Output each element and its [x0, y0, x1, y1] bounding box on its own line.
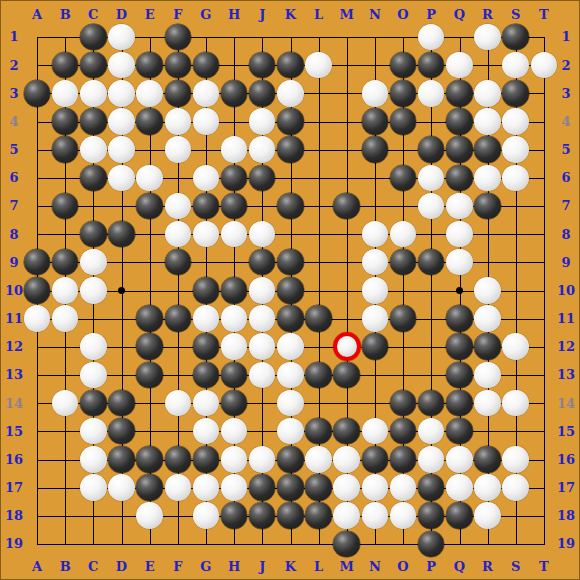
- board-cell-B13[interactable]: [51, 361, 79, 389]
- board-cell-T12[interactable]: [530, 333, 558, 361]
- board-cell-F15[interactable]: [164, 417, 192, 445]
- board-cell-H15[interactable]: [220, 417, 248, 445]
- board-cell-A7[interactable]: [23, 192, 51, 220]
- board-cell-A19[interactable]: [23, 530, 51, 558]
- board-cell-F12[interactable]: [164, 333, 192, 361]
- board-cell-R13[interactable]: [473, 361, 501, 389]
- board-cell-J6[interactable]: [248, 164, 276, 192]
- board-cell-M6[interactable]: [333, 164, 361, 192]
- board-cell-J16[interactable]: [248, 445, 276, 473]
- board-cell-N7[interactable]: [361, 192, 389, 220]
- board-cell-A10[interactable]: [23, 276, 51, 304]
- board-cell-J11[interactable]: [248, 304, 276, 332]
- board-cell-Q16[interactable]: [445, 445, 473, 473]
- board-cell-L13[interactable]: [304, 361, 332, 389]
- board-cell-J18[interactable]: [248, 502, 276, 530]
- board-cell-K3[interactable]: [276, 79, 304, 107]
- board-cell-E1[interactable]: [136, 23, 164, 51]
- board-cell-H1[interactable]: [220, 23, 248, 51]
- board-cell-K19[interactable]: [276, 530, 304, 558]
- board-cell-R18[interactable]: [473, 502, 501, 530]
- board-cell-N19[interactable]: [361, 530, 389, 558]
- board-cell-A1[interactable]: [23, 23, 51, 51]
- board-cell-F16[interactable]: [164, 445, 192, 473]
- board-cell-K13[interactable]: [276, 361, 304, 389]
- board-cell-P3[interactable]: [417, 79, 445, 107]
- board-cell-O9[interactable]: [389, 248, 417, 276]
- board-cell-E15[interactable]: [136, 417, 164, 445]
- board-cell-S15[interactable]: [502, 417, 530, 445]
- board-cell-L12[interactable]: [304, 333, 332, 361]
- board-cell-D18[interactable]: [107, 502, 135, 530]
- board-cell-T4[interactable]: [530, 107, 558, 135]
- board-cell-H14[interactable]: [220, 389, 248, 417]
- board-cell-H6[interactable]: [220, 164, 248, 192]
- board-cell-D15[interactable]: [107, 417, 135, 445]
- board-cell-C4[interactable]: [79, 107, 107, 135]
- board-cell-E16[interactable]: [136, 445, 164, 473]
- board-cell-L10[interactable]: [304, 276, 332, 304]
- board-cell-C8[interactable]: [79, 220, 107, 248]
- board-cell-Q6[interactable]: [445, 164, 473, 192]
- board-cell-P13[interactable]: [417, 361, 445, 389]
- board-cell-Q19[interactable]: [445, 530, 473, 558]
- board-cell-P1[interactable]: [417, 23, 445, 51]
- board-cell-K1[interactable]: [276, 23, 304, 51]
- board-cell-M15[interactable]: [333, 417, 361, 445]
- board-cell-H3[interactable]: [220, 79, 248, 107]
- board-cell-H16[interactable]: [220, 445, 248, 473]
- board-cell-M9[interactable]: [333, 248, 361, 276]
- board-cell-J4[interactable]: [248, 107, 276, 135]
- board-cell-A2[interactable]: [23, 51, 51, 79]
- board-cell-P16[interactable]: [417, 445, 445, 473]
- board-cell-G8[interactable]: [192, 220, 220, 248]
- board-cell-T13[interactable]: [530, 361, 558, 389]
- board-cell-M19[interactable]: [333, 530, 361, 558]
- board-cell-M4[interactable]: [333, 107, 361, 135]
- board-cell-T3[interactable]: [530, 79, 558, 107]
- board-cell-D6[interactable]: [107, 164, 135, 192]
- board-cell-A15[interactable]: [23, 417, 51, 445]
- board-cell-B17[interactable]: [51, 473, 79, 501]
- board-cell-O7[interactable]: [389, 192, 417, 220]
- board-cell-F19[interactable]: [164, 530, 192, 558]
- board-cell-S7[interactable]: [502, 192, 530, 220]
- board-cell-L7[interactable]: [304, 192, 332, 220]
- board-cell-T1[interactable]: [530, 23, 558, 51]
- board-cell-G11[interactable]: [192, 304, 220, 332]
- board-cell-A18[interactable]: [23, 502, 51, 530]
- board-cell-D5[interactable]: [107, 136, 135, 164]
- board-cell-C13[interactable]: [79, 361, 107, 389]
- board-cell-F5[interactable]: [164, 136, 192, 164]
- board-cell-N4[interactable]: [361, 107, 389, 135]
- board-cell-E12[interactable]: [136, 333, 164, 361]
- board-cell-L18[interactable]: [304, 502, 332, 530]
- board-cell-J17[interactable]: [248, 473, 276, 501]
- board-cell-F6[interactable]: [164, 164, 192, 192]
- board-cell-L4[interactable]: [304, 107, 332, 135]
- board-cell-Q17[interactable]: [445, 473, 473, 501]
- board-cell-H5[interactable]: [220, 136, 248, 164]
- board-cell-T19[interactable]: [530, 530, 558, 558]
- board-cell-D3[interactable]: [107, 79, 135, 107]
- board-cell-E19[interactable]: [136, 530, 164, 558]
- board-cell-K14[interactable]: [276, 389, 304, 417]
- board-cell-P6[interactable]: [417, 164, 445, 192]
- board-cell-Q4[interactable]: [445, 107, 473, 135]
- board-cell-M16[interactable]: [333, 445, 361, 473]
- board-cell-S16[interactable]: [502, 445, 530, 473]
- board-cell-O6[interactable]: [389, 164, 417, 192]
- board-cell-A6[interactable]: [23, 164, 51, 192]
- board-cell-B5[interactable]: [51, 136, 79, 164]
- board-cell-E14[interactable]: [136, 389, 164, 417]
- board-cell-R8[interactable]: [473, 220, 501, 248]
- board-cell-R9[interactable]: [473, 248, 501, 276]
- board-cell-S19[interactable]: [502, 530, 530, 558]
- board-cell-O18[interactable]: [389, 502, 417, 530]
- board-cell-G3[interactable]: [192, 79, 220, 107]
- board-cell-H8[interactable]: [220, 220, 248, 248]
- board-cell-C11[interactable]: [79, 304, 107, 332]
- board-cell-N1[interactable]: [361, 23, 389, 51]
- board-cell-A8[interactable]: [23, 220, 51, 248]
- board-cell-A17[interactable]: [23, 473, 51, 501]
- board-cell-P18[interactable]: [417, 502, 445, 530]
- board-cell-O2[interactable]: [389, 51, 417, 79]
- board-cell-C3[interactable]: [79, 79, 107, 107]
- board-cell-O1[interactable]: [389, 23, 417, 51]
- board-cell-R19[interactable]: [473, 530, 501, 558]
- board-cell-E9[interactable]: [136, 248, 164, 276]
- board-cell-N14[interactable]: [361, 389, 389, 417]
- board-cell-R7[interactable]: [473, 192, 501, 220]
- board-cell-H9[interactable]: [220, 248, 248, 276]
- board-cell-B11[interactable]: [51, 304, 79, 332]
- board-cell-R10[interactable]: [473, 276, 501, 304]
- board-cell-B18[interactable]: [51, 502, 79, 530]
- board-cell-E4[interactable]: [136, 107, 164, 135]
- board-cell-C16[interactable]: [79, 445, 107, 473]
- board-cell-S12[interactable]: [502, 333, 530, 361]
- board-cell-B15[interactable]: [51, 417, 79, 445]
- board-cell-P4[interactable]: [417, 107, 445, 135]
- board-cell-D7[interactable]: [107, 192, 135, 220]
- board-cell-E2[interactable]: [136, 51, 164, 79]
- board-cell-M18[interactable]: [333, 502, 361, 530]
- board-cell-N8[interactable]: [361, 220, 389, 248]
- board-cell-P11[interactable]: [417, 304, 445, 332]
- board-cell-C18[interactable]: [79, 502, 107, 530]
- board-cell-C9[interactable]: [79, 248, 107, 276]
- board-cell-C15[interactable]: [79, 417, 107, 445]
- board-cell-M7[interactable]: [333, 192, 361, 220]
- board-cell-S18[interactable]: [502, 502, 530, 530]
- board-cell-F1[interactable]: [164, 23, 192, 51]
- board-cell-Q13[interactable]: [445, 361, 473, 389]
- board-cell-G7[interactable]: [192, 192, 220, 220]
- board-cell-L3[interactable]: [304, 79, 332, 107]
- board-cell-S9[interactable]: [502, 248, 530, 276]
- board-cell-N3[interactable]: [361, 79, 389, 107]
- board-cell-O5[interactable]: [389, 136, 417, 164]
- board-cell-D14[interactable]: [107, 389, 135, 417]
- board-cell-Q7[interactable]: [445, 192, 473, 220]
- board-cell-L9[interactable]: [304, 248, 332, 276]
- board-cell-A4[interactable]: [23, 107, 51, 135]
- board-cell-J8[interactable]: [248, 220, 276, 248]
- board-cell-K7[interactable]: [276, 192, 304, 220]
- board-cell-H11[interactable]: [220, 304, 248, 332]
- board-cell-A16[interactable]: [23, 445, 51, 473]
- board-cell-K2[interactable]: [276, 51, 304, 79]
- board-cell-D1[interactable]: [107, 23, 135, 51]
- board-cell-P7[interactable]: [417, 192, 445, 220]
- board-cell-N12[interactable]: [361, 333, 389, 361]
- board-cell-B16[interactable]: [51, 445, 79, 473]
- board-cell-O3[interactable]: [389, 79, 417, 107]
- board-cell-T14[interactable]: [530, 389, 558, 417]
- board-cell-J13[interactable]: [248, 361, 276, 389]
- board-cell-P19[interactable]: [417, 530, 445, 558]
- board-cell-S10[interactable]: [502, 276, 530, 304]
- board-cell-O8[interactable]: [389, 220, 417, 248]
- board-cell-E3[interactable]: [136, 79, 164, 107]
- board-cell-K5[interactable]: [276, 136, 304, 164]
- board-cell-L17[interactable]: [304, 473, 332, 501]
- board-cell-N5[interactable]: [361, 136, 389, 164]
- board-cell-K15[interactable]: [276, 417, 304, 445]
- board-cell-O16[interactable]: [389, 445, 417, 473]
- board-cell-K11[interactable]: [276, 304, 304, 332]
- board-cell-B3[interactable]: [51, 79, 79, 107]
- board-cell-D2[interactable]: [107, 51, 135, 79]
- board-cell-G13[interactable]: [192, 361, 220, 389]
- board-cell-S4[interactable]: [502, 107, 530, 135]
- board-cell-H17[interactable]: [220, 473, 248, 501]
- board-cell-O14[interactable]: [389, 389, 417, 417]
- board-cell-L2[interactable]: [304, 51, 332, 79]
- board-cell-J2[interactable]: [248, 51, 276, 79]
- board-cell-L14[interactable]: [304, 389, 332, 417]
- board-cell-F13[interactable]: [164, 361, 192, 389]
- board-cell-B1[interactable]: [51, 23, 79, 51]
- board-cell-P15[interactable]: [417, 417, 445, 445]
- board-cell-O10[interactable]: [389, 276, 417, 304]
- board-cell-G2[interactable]: [192, 51, 220, 79]
- board-cell-F7[interactable]: [164, 192, 192, 220]
- board-cell-J19[interactable]: [248, 530, 276, 558]
- board-cell-O17[interactable]: [389, 473, 417, 501]
- board-cell-A14[interactable]: [23, 389, 51, 417]
- board-cell-J12[interactable]: [248, 333, 276, 361]
- board-cell-S17[interactable]: [502, 473, 530, 501]
- board-cell-E17[interactable]: [136, 473, 164, 501]
- board-cell-P9[interactable]: [417, 248, 445, 276]
- board-cell-D19[interactable]: [107, 530, 135, 558]
- board-cell-K8[interactable]: [276, 220, 304, 248]
- board-cell-F3[interactable]: [164, 79, 192, 107]
- board-cell-B19[interactable]: [51, 530, 79, 558]
- board-cell-N10[interactable]: [361, 276, 389, 304]
- board-cell-L16[interactable]: [304, 445, 332, 473]
- board-cell-R5[interactable]: [473, 136, 501, 164]
- board-cell-S11[interactable]: [502, 304, 530, 332]
- board-cell-G10[interactable]: [192, 276, 220, 304]
- board-cell-F11[interactable]: [164, 304, 192, 332]
- board-cell-G1[interactable]: [192, 23, 220, 51]
- board-cell-G12[interactable]: [192, 333, 220, 361]
- board-cell-J14[interactable]: [248, 389, 276, 417]
- board-cell-P5[interactable]: [417, 136, 445, 164]
- board-cell-S2[interactable]: [502, 51, 530, 79]
- board-cell-F18[interactable]: [164, 502, 192, 530]
- board-cell-K6[interactable]: [276, 164, 304, 192]
- board-cell-N16[interactable]: [361, 445, 389, 473]
- board-cell-G6[interactable]: [192, 164, 220, 192]
- board-cell-H2[interactable]: [220, 51, 248, 79]
- board-cell-P2[interactable]: [417, 51, 445, 79]
- board-cell-M14[interactable]: [333, 389, 361, 417]
- board-cell-Q5[interactable]: [445, 136, 473, 164]
- board-cell-G4[interactable]: [192, 107, 220, 135]
- board-cell-K12[interactable]: [276, 333, 304, 361]
- board-cell-O15[interactable]: [389, 417, 417, 445]
- board-cell-T7[interactable]: [530, 192, 558, 220]
- board-cell-M17[interactable]: [333, 473, 361, 501]
- board-cell-R14[interactable]: [473, 389, 501, 417]
- board-cell-R4[interactable]: [473, 107, 501, 135]
- board-cell-C14[interactable]: [79, 389, 107, 417]
- board-cell-B12[interactable]: [51, 333, 79, 361]
- board-cell-J5[interactable]: [248, 136, 276, 164]
- board-cell-E11[interactable]: [136, 304, 164, 332]
- board-cell-C10[interactable]: [79, 276, 107, 304]
- board-cell-Q15[interactable]: [445, 417, 473, 445]
- board-cell-M5[interactable]: [333, 136, 361, 164]
- board-cell-G18[interactable]: [192, 502, 220, 530]
- board-cell-S8[interactable]: [502, 220, 530, 248]
- board-cell-M13[interactable]: [333, 361, 361, 389]
- board-cell-N9[interactable]: [361, 248, 389, 276]
- board-cell-B7[interactable]: [51, 192, 79, 220]
- board-cell-H4[interactable]: [220, 107, 248, 135]
- board-cell-R17[interactable]: [473, 473, 501, 501]
- board-cell-N18[interactable]: [361, 502, 389, 530]
- board-cell-C6[interactable]: [79, 164, 107, 192]
- board-cell-S5[interactable]: [502, 136, 530, 164]
- board-cell-T8[interactable]: [530, 220, 558, 248]
- board-cell-E5[interactable]: [136, 136, 164, 164]
- board-cell-K18[interactable]: [276, 502, 304, 530]
- board-cell-D17[interactable]: [107, 473, 135, 501]
- board-cell-B4[interactable]: [51, 107, 79, 135]
- board-cell-R11[interactable]: [473, 304, 501, 332]
- board-cell-L19[interactable]: [304, 530, 332, 558]
- board-cell-Q18[interactable]: [445, 502, 473, 530]
- board-cell-G15[interactable]: [192, 417, 220, 445]
- board-cell-H19[interactable]: [220, 530, 248, 558]
- board-cell-E8[interactable]: [136, 220, 164, 248]
- board-cell-H12[interactable]: [220, 333, 248, 361]
- board-cell-N6[interactable]: [361, 164, 389, 192]
- board-cell-A3[interactable]: [23, 79, 51, 107]
- board-cell-M2[interactable]: [333, 51, 361, 79]
- board-cell-M12[interactable]: [333, 333, 361, 361]
- board-cell-J7[interactable]: [248, 192, 276, 220]
- board-cell-C1[interactable]: [79, 23, 107, 51]
- board-cell-T2[interactable]: [530, 51, 558, 79]
- board-cell-S13[interactable]: [502, 361, 530, 389]
- board-cell-N13[interactable]: [361, 361, 389, 389]
- board-cell-H13[interactable]: [220, 361, 248, 389]
- board-cell-S14[interactable]: [502, 389, 530, 417]
- board-cell-L5[interactable]: [304, 136, 332, 164]
- board-cell-E13[interactable]: [136, 361, 164, 389]
- board-cell-C19[interactable]: [79, 530, 107, 558]
- board-cell-D16[interactable]: [107, 445, 135, 473]
- board-cell-E6[interactable]: [136, 164, 164, 192]
- board-cell-D4[interactable]: [107, 107, 135, 135]
- board-cell-Q11[interactable]: [445, 304, 473, 332]
- board-cell-P10[interactable]: [417, 276, 445, 304]
- board-cell-G5[interactable]: [192, 136, 220, 164]
- board-cell-K10[interactable]: [276, 276, 304, 304]
- board-cell-O19[interactable]: [389, 530, 417, 558]
- board-cell-K9[interactable]: [276, 248, 304, 276]
- board-cell-R1[interactable]: [473, 23, 501, 51]
- board-cell-T10[interactable]: [530, 276, 558, 304]
- board-cell-Q9[interactable]: [445, 248, 473, 276]
- board-cell-C5[interactable]: [79, 136, 107, 164]
- board-cell-H7[interactable]: [220, 192, 248, 220]
- board-cell-J3[interactable]: [248, 79, 276, 107]
- board-cell-S3[interactable]: [502, 79, 530, 107]
- board-cell-F4[interactable]: [164, 107, 192, 135]
- board-cell-B10[interactable]: [51, 276, 79, 304]
- board-cell-D12[interactable]: [107, 333, 135, 361]
- board-cell-K4[interactable]: [276, 107, 304, 135]
- board-cell-A9[interactable]: [23, 248, 51, 276]
- board-cell-Q12[interactable]: [445, 333, 473, 361]
- board-cell-R12[interactable]: [473, 333, 501, 361]
- board-cell-J15[interactable]: [248, 417, 276, 445]
- board-cell-K17[interactable]: [276, 473, 304, 501]
- board-cell-O12[interactable]: [389, 333, 417, 361]
- board-cell-P17[interactable]: [417, 473, 445, 501]
- board-cell-P12[interactable]: [417, 333, 445, 361]
- board-cell-D13[interactable]: [107, 361, 135, 389]
- board-cell-A13[interactable]: [23, 361, 51, 389]
- board-cell-M10[interactable]: [333, 276, 361, 304]
- board-cell-C7[interactable]: [79, 192, 107, 220]
- board-cell-O4[interactable]: [389, 107, 417, 135]
- board-cell-C12[interactable]: [79, 333, 107, 361]
- board-cell-M1[interactable]: [333, 23, 361, 51]
- board-cell-B9[interactable]: [51, 248, 79, 276]
- board-cell-L11[interactable]: [304, 304, 332, 332]
- board-cell-Q14[interactable]: [445, 389, 473, 417]
- board-cell-B14[interactable]: [51, 389, 79, 417]
- board-cell-J9[interactable]: [248, 248, 276, 276]
- board-cell-T16[interactable]: [530, 445, 558, 473]
- board-cell-L6[interactable]: [304, 164, 332, 192]
- board-cell-A5[interactable]: [23, 136, 51, 164]
- board-cell-Q10[interactable]: [445, 276, 473, 304]
- board-cell-Q3[interactable]: [445, 79, 473, 107]
